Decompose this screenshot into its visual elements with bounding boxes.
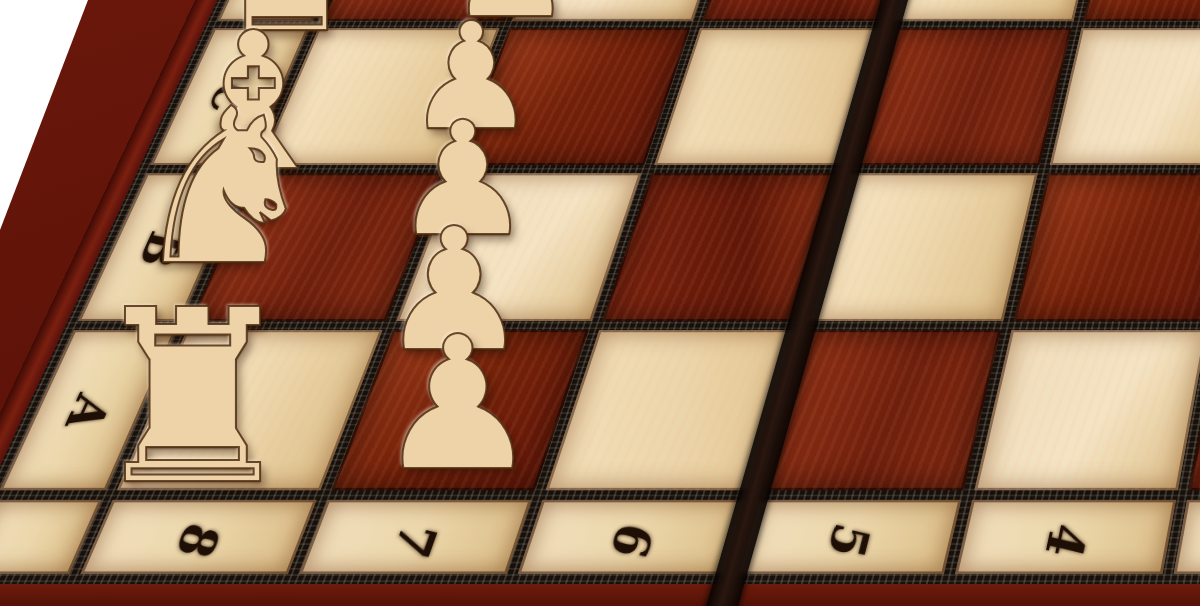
rank-label-cell-7: 7 [299, 500, 532, 574]
file-label-a: A [53, 392, 126, 425]
chess-photo-stage: HGFEDCBA87654321 ♜♞♝♛♟♟♟♟♟ [0, 0, 1200, 606]
board-perspective-container: HGFEDCBA87654321 [0, 0, 1200, 606]
file-label-c: C [197, 81, 264, 110]
file-label-b: B [128, 229, 199, 262]
rank-label-5: 5 [816, 521, 884, 553]
square-c4 [1050, 28, 1200, 165]
rank-label-4: 4 [1033, 521, 1099, 553]
chess-board: HGFEDCBA87654321 [0, 0, 1200, 606]
board-bevel-edge-bottom [0, 584, 1200, 606]
rank-label-cell-4: 4 [955, 500, 1176, 574]
square-d4 [1083, 0, 1200, 21]
square-d5 [893, 0, 1104, 21]
rank-label-8: 8 [163, 521, 236, 553]
rank-label-cell-8: 8 [80, 500, 317, 574]
square-b4 [1013, 173, 1200, 321]
rank-label-cell-3: 3 [1174, 500, 1200, 574]
rank-label-6: 6 [598, 521, 668, 553]
board-perspective-wrapper: HGFEDCBA87654321 [0, 0, 1200, 606]
square-a4 [974, 330, 1200, 490]
rank-label-cell-5: 5 [736, 500, 961, 574]
rank-label-cell-6: 6 [518, 500, 747, 574]
rank-label-7: 7 [381, 521, 452, 553]
